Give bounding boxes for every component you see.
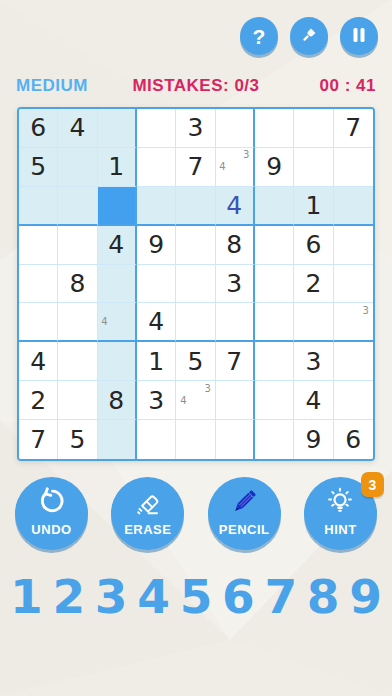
numpad-6[interactable]: 6 xyxy=(222,573,255,620)
pencil-mark-slot xyxy=(347,304,359,316)
number-pad: 123456789 xyxy=(0,573,392,620)
pencil-mark-slot xyxy=(240,161,252,173)
cell-r3c4[interactable] xyxy=(137,187,176,226)
sudoku-app: ? MEDIUM MISTAKES: 0/3 xyxy=(0,0,392,696)
numpad-2[interactable]: 2 xyxy=(52,573,85,620)
cell-r1c7[interactable] xyxy=(255,109,294,148)
cell-r2c2[interactable] xyxy=(58,148,97,187)
pencil-marks: 4 xyxy=(99,304,134,339)
cell-r5c3[interactable] xyxy=(98,265,137,304)
pencil-mark-slot xyxy=(122,328,134,340)
cell-r7c3[interactable] xyxy=(98,342,137,381)
pencil-mark-slot: 3 xyxy=(360,304,372,316)
pencil-mark-slot xyxy=(177,382,189,394)
cell-r1c1[interactable]: 6 xyxy=(19,109,58,148)
pencil-icon xyxy=(228,477,260,521)
hint-label: HINT xyxy=(324,522,356,537)
cell-r9c1[interactable]: 7 xyxy=(19,420,58,459)
cell-r5c2[interactable]: 8 xyxy=(58,265,97,304)
cell-r5c9[interactable] xyxy=(334,265,373,304)
cell-r3c2[interactable] xyxy=(58,187,97,226)
cell-r2c9[interactable] xyxy=(334,148,373,187)
cell-r8c7[interactable] xyxy=(255,381,294,420)
cell-r3c9[interactable] xyxy=(334,187,373,226)
cell-r8c8[interactable]: 4 xyxy=(294,381,333,420)
cell-r7c9[interactable] xyxy=(334,342,373,381)
cell-r1c3[interactable] xyxy=(98,109,137,148)
difficulty-label: MEDIUM xyxy=(16,76,88,96)
pencil-mark-slot xyxy=(228,173,240,185)
pencil-mark-slot xyxy=(122,304,134,316)
cell-r6c9[interactable]: 3 xyxy=(334,303,373,342)
cell-r7c7[interactable] xyxy=(255,342,294,381)
pencil-mark-slot xyxy=(202,406,214,418)
cell-r6c8[interactable] xyxy=(294,303,333,342)
numpad-5[interactable]: 5 xyxy=(180,573,213,620)
cell-r2c1[interactable]: 5 xyxy=(19,148,58,187)
eraser-icon xyxy=(132,477,164,521)
pencil-mark-slot xyxy=(217,173,229,185)
pencil-mark-slot xyxy=(360,316,372,328)
cell-r3c1[interactable] xyxy=(19,187,58,226)
pause-icon xyxy=(350,26,368,47)
cell-r2c7[interactable]: 9 xyxy=(255,148,294,187)
pencil-marks: 34 xyxy=(217,149,252,185)
mistakes-counter: MISTAKES: 0/3 xyxy=(132,76,259,96)
cell-r5c8[interactable]: 2 xyxy=(294,265,333,304)
pencil-mark-slot xyxy=(189,406,201,418)
undo-label: UNDO xyxy=(31,522,71,537)
hint-button[interactable]: 3 xyxy=(304,477,377,550)
cell-r4c2[interactable] xyxy=(58,226,97,265)
pencil-mark-slot xyxy=(99,304,111,316)
cell-r6c5[interactable] xyxy=(176,303,215,342)
pencil-button[interactable]: PENCIL xyxy=(208,477,281,550)
numpad-4[interactable]: 4 xyxy=(137,573,170,620)
pencil-mark-slot xyxy=(177,406,189,418)
cell-r8c5[interactable]: 34 xyxy=(176,381,215,420)
cell-r1c2[interactable]: 4 xyxy=(58,109,97,148)
cell-r2c3[interactable]: 1 xyxy=(98,148,137,187)
cell-r7c8[interactable]: 3 xyxy=(294,342,333,381)
pencil-mark-slot xyxy=(217,149,229,161)
pencil-mark-slot xyxy=(228,161,240,173)
numpad-8[interactable]: 8 xyxy=(307,573,340,620)
question-icon: ? xyxy=(253,26,266,47)
sudoku-board: 6437517349414986832443415732833447596 xyxy=(17,107,375,461)
numpad-3[interactable]: 3 xyxy=(95,573,128,620)
cell-r3c6[interactable]: 4 xyxy=(216,187,255,226)
pencil-mark-slot xyxy=(360,328,372,340)
cell-r5c5[interactable] xyxy=(176,265,215,304)
cell-r2c8[interactable] xyxy=(294,148,333,187)
pencil-mark-slot: 3 xyxy=(202,382,214,394)
erase-button[interactable]: ERASE xyxy=(111,477,184,550)
cell-r9c6[interactable] xyxy=(216,420,255,459)
cell-r7c4[interactable]: 1 xyxy=(137,342,176,381)
cell-r1c9[interactable]: 7 xyxy=(334,109,373,148)
pencil-mark-slot xyxy=(335,316,347,328)
cell-r4c1[interactable] xyxy=(19,226,58,265)
cell-r4c5[interactable] xyxy=(176,226,215,265)
lightbulb-icon xyxy=(324,477,356,521)
cell-r4c6[interactable]: 8 xyxy=(216,226,255,265)
cell-r8c2[interactable] xyxy=(58,381,97,420)
cell-r2c6[interactable]: 34 xyxy=(216,148,255,187)
game-timer: 00 : 41 xyxy=(320,76,376,96)
cell-r9c7[interactable] xyxy=(255,420,294,459)
pencil-mark-slot xyxy=(99,328,111,340)
cell-r3c8[interactable]: 1 xyxy=(294,187,333,226)
top-button-row: ? xyxy=(0,0,392,55)
help-button[interactable]: ? xyxy=(240,17,278,55)
pencil-mark-slot xyxy=(228,149,240,161)
cell-r7c6[interactable]: 7 xyxy=(216,342,255,381)
pencil-mark-slot xyxy=(335,304,347,316)
cell-r1c6[interactable] xyxy=(216,109,255,148)
pencil-mark-slot xyxy=(110,328,122,340)
cell-r7c5[interactable]: 5 xyxy=(176,342,215,381)
undo-button[interactable]: UNDO xyxy=(15,477,88,550)
cell-r5c1[interactable] xyxy=(19,265,58,304)
cell-r6c1[interactable] xyxy=(19,303,58,342)
cell-r5c7[interactable] xyxy=(255,265,294,304)
cell-r6c3[interactable]: 4 xyxy=(98,303,137,342)
cell-r9c2[interactable]: 5 xyxy=(58,420,97,459)
pencil-label: PENCIL xyxy=(219,522,270,537)
cell-r4c9[interactable] xyxy=(334,226,373,265)
pencil-mark-slot xyxy=(347,328,359,340)
cell-r5c4[interactable] xyxy=(137,265,176,304)
pencil-mark-slot: 4 xyxy=(177,394,189,406)
hint-count-badge: 3 xyxy=(361,472,384,497)
numpad-1[interactable]: 1 xyxy=(10,573,43,620)
cell-r3c5[interactable] xyxy=(176,187,215,226)
pencil-marks: 3 xyxy=(335,304,372,339)
cell-r9c4[interactable] xyxy=(137,420,176,459)
cell-r6c4[interactable]: 4 xyxy=(137,303,176,342)
cell-r4c3[interactable]: 4 xyxy=(98,226,137,265)
undo-arrow-icon xyxy=(36,477,68,521)
pencil-mark-slot: 4 xyxy=(217,161,229,173)
cell-r1c8[interactable] xyxy=(294,109,333,148)
pencil-mark-slot xyxy=(240,173,252,185)
cell-r8c6[interactable] xyxy=(216,381,255,420)
cell-r2c4[interactable] xyxy=(137,148,176,187)
numpad-7[interactable]: 7 xyxy=(264,573,297,620)
cell-r6c6[interactable] xyxy=(216,303,255,342)
pencil-mark-slot xyxy=(189,394,201,406)
cell-r6c7[interactable] xyxy=(255,303,294,342)
cell-r8c3[interactable]: 8 xyxy=(98,381,137,420)
numpad-9[interactable]: 9 xyxy=(349,573,382,620)
pencil-mark-slot xyxy=(110,316,122,328)
pencil-mark-slot xyxy=(189,382,201,394)
cell-r9c3[interactable] xyxy=(98,420,137,459)
pencil-mark-slot xyxy=(335,328,347,340)
erase-label: ERASE xyxy=(124,522,171,537)
cell-r9c9[interactable]: 6 xyxy=(334,420,373,459)
pencil-mark-slot xyxy=(122,316,134,328)
cell-r4c7[interactable] xyxy=(255,226,294,265)
pencil-mark-slot: 3 xyxy=(240,149,252,161)
pencil-mark-slot xyxy=(110,304,122,316)
cell-r4c8[interactable]: 6 xyxy=(294,226,333,265)
cell-r3c3[interactable] xyxy=(98,187,137,226)
cell-r4c4[interactable]: 9 xyxy=(137,226,176,265)
paintbrush-icon xyxy=(298,24,320,49)
cell-r1c5[interactable]: 3 xyxy=(176,109,215,148)
cell-r1c4[interactable] xyxy=(137,109,176,148)
cell-r3c7[interactable] xyxy=(255,187,294,226)
pencil-mark-slot xyxy=(347,316,359,328)
cell-r8c1[interactable]: 2 xyxy=(19,381,58,420)
cell-r6c2[interactable] xyxy=(58,303,97,342)
pencil-mark-slot: 4 xyxy=(99,316,111,328)
cell-r9c8[interactable]: 9 xyxy=(294,420,333,459)
cell-r7c1[interactable]: 4 xyxy=(19,342,58,381)
cell-r2c5[interactable]: 7 xyxy=(176,148,215,187)
cell-r7c2[interactable] xyxy=(58,342,97,381)
status-row: MEDIUM MISTAKES: 0/3 00 : 41 xyxy=(0,74,392,98)
cell-r8c4[interactable]: 3 xyxy=(137,381,176,420)
cell-r8c9[interactable] xyxy=(334,381,373,420)
pencil-marks: 34 xyxy=(177,382,213,418)
pencil-mark-slot xyxy=(202,394,214,406)
theme-button[interactable] xyxy=(290,17,328,55)
cell-r9c5[interactable] xyxy=(176,420,215,459)
cell-r5c6[interactable]: 3 xyxy=(216,265,255,304)
pause-button[interactable] xyxy=(340,17,378,55)
action-button-row: UNDO ERASE xyxy=(0,477,392,550)
